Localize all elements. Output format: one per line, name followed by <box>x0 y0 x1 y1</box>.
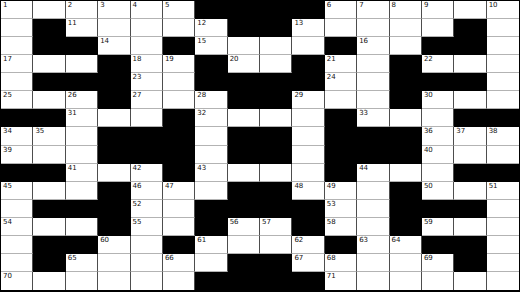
grid-cell[interactable] <box>33 55 65 73</box>
grid-cell[interactable] <box>1 254 33 272</box>
black-cell <box>228 127 260 145</box>
black-cell <box>33 37 65 55</box>
grid-cell[interactable]: 71 <box>325 272 357 290</box>
clue-number: 11 <box>68 19 77 27</box>
black-cell <box>325 127 357 145</box>
black-cell <box>98 218 130 236</box>
grid-cell[interactable] <box>260 109 292 127</box>
crossword-grid: 1234567891011121314151617181920212223242… <box>0 0 520 292</box>
grid-cell[interactable] <box>390 19 422 37</box>
black-cell <box>66 37 98 55</box>
grid-cell[interactable] <box>163 200 195 218</box>
grid-cell[interactable]: 46 <box>131 182 163 200</box>
grid-cell[interactable] <box>98 164 130 182</box>
grid-cell[interactable]: 22 <box>422 55 454 73</box>
black-cell <box>33 109 65 127</box>
black-cell <box>98 146 130 164</box>
clue-number: 52 <box>133 200 142 208</box>
clue-number: 63 <box>359 236 368 244</box>
grid-cell[interactable] <box>422 272 454 290</box>
grid-cell[interactable] <box>66 146 98 164</box>
black-cell <box>195 272 227 290</box>
black-cell <box>228 254 260 272</box>
black-cell <box>325 37 357 55</box>
grid-cell[interactable] <box>487 37 519 55</box>
clue-number: 60 <box>100 236 109 244</box>
grid-cell[interactable] <box>357 254 389 272</box>
clue-number: 69 <box>424 254 433 262</box>
clue-number: 41 <box>68 164 77 172</box>
grid-cell[interactable] <box>98 254 130 272</box>
grid-cell[interactable] <box>292 146 324 164</box>
grid-cell[interactable]: 37 <box>454 127 486 145</box>
clue-number: 50 <box>424 182 433 190</box>
black-cell <box>228 272 260 290</box>
black-cell <box>390 146 422 164</box>
grid-cell[interactable]: 52 <box>131 200 163 218</box>
grid-cell[interactable]: 4 <box>131 1 163 19</box>
grid-cell[interactable] <box>390 272 422 290</box>
black-cell <box>228 146 260 164</box>
clue-number: 5 <box>165 1 169 9</box>
grid-cell[interactable] <box>131 37 163 55</box>
grid-cell[interactable]: 60 <box>98 236 130 254</box>
black-cell <box>390 218 422 236</box>
clue-number: 1 <box>3 1 7 9</box>
black-cell <box>163 37 195 55</box>
black-cell <box>66 236 98 254</box>
grid-cell[interactable]: 28 <box>195 91 227 109</box>
black-cell <box>228 1 260 19</box>
clue-number: 31 <box>68 109 77 117</box>
grid-cell[interactable]: 48 <box>292 182 324 200</box>
black-cell <box>33 164 65 182</box>
grid-cell[interactable] <box>195 146 227 164</box>
grid-cell[interactable] <box>260 164 292 182</box>
grid-cell[interactable] <box>454 272 486 290</box>
grid-cell[interactable] <box>487 254 519 272</box>
grid-cell[interactable] <box>292 37 324 55</box>
black-cell <box>163 236 195 254</box>
clue-number: 64 <box>392 236 401 244</box>
grid-cell[interactable] <box>487 146 519 164</box>
black-cell <box>66 200 98 218</box>
grid-cell[interactable] <box>66 127 98 145</box>
clue-number: 65 <box>68 254 77 262</box>
grid-cell[interactable]: 40 <box>422 146 454 164</box>
black-cell <box>357 127 389 145</box>
grid-cell[interactable]: 1 <box>1 1 33 19</box>
grid-cell[interactable]: 6 <box>325 1 357 19</box>
black-cell <box>454 19 486 37</box>
grid-cell[interactable] <box>357 19 389 37</box>
grid-cell[interactable]: 62 <box>292 236 324 254</box>
clue-number: 57 <box>262 218 271 226</box>
black-cell <box>422 236 454 254</box>
grid-cell[interactable] <box>454 1 486 19</box>
grid-cell[interactable]: 27 <box>131 91 163 109</box>
clue-number: 33 <box>359 109 368 117</box>
clue-number: 40 <box>424 146 433 154</box>
black-cell <box>228 91 260 109</box>
grid-cell[interactable]: 36 <box>422 127 454 145</box>
grid-cell[interactable]: 38 <box>487 127 519 145</box>
clue-number: 55 <box>133 218 142 226</box>
grid-cell[interactable] <box>325 19 357 37</box>
grid-cell[interactable] <box>228 109 260 127</box>
black-cell <box>33 236 65 254</box>
black-cell <box>292 272 324 290</box>
grid-cell[interactable]: 8 <box>390 1 422 19</box>
black-cell <box>1 109 33 127</box>
black-cell <box>33 200 65 218</box>
clue-number: 34 <box>3 127 12 135</box>
grid-cell[interactable] <box>454 146 486 164</box>
black-cell <box>66 73 98 91</box>
clue-number: 14 <box>100 37 109 45</box>
black-cell <box>260 91 292 109</box>
black-cell <box>195 73 227 91</box>
black-cell <box>357 146 389 164</box>
grid-cell[interactable]: 57 <box>260 218 292 236</box>
clue-number: 70 <box>3 272 12 280</box>
clue-number: 37 <box>456 127 465 135</box>
grid-cell[interactable] <box>33 272 65 290</box>
grid-cell[interactable] <box>487 19 519 37</box>
clue-number: 66 <box>165 254 174 262</box>
black-cell <box>260 182 292 200</box>
grid-cell[interactable] <box>454 218 486 236</box>
black-cell <box>454 109 486 127</box>
grid-cell[interactable]: 44 <box>357 164 389 182</box>
grid-cell[interactable] <box>292 127 324 145</box>
clue-number: 18 <box>133 55 142 63</box>
grid-cell[interactable] <box>487 272 519 290</box>
grid-cell[interactable]: 51 <box>487 182 519 200</box>
black-cell <box>454 254 486 272</box>
grid-cell[interactable] <box>1 73 33 91</box>
grid-cell[interactable] <box>357 91 389 109</box>
grid-cell[interactable]: 59 <box>422 218 454 236</box>
grid-cell[interactable] <box>33 182 65 200</box>
grid-cell[interactable] <box>228 236 260 254</box>
grid-cell[interactable] <box>195 127 227 145</box>
grid-cell[interactable] <box>357 200 389 218</box>
grid-cell[interactable] <box>66 55 98 73</box>
grid-cell[interactable]: 67 <box>292 254 324 272</box>
clue-number: 29 <box>294 91 303 99</box>
black-cell <box>325 236 357 254</box>
grid-cell[interactable] <box>1 200 33 218</box>
grid-cell[interactable] <box>131 254 163 272</box>
clue-number: 30 <box>424 91 433 99</box>
grid-cell[interactable] <box>260 37 292 55</box>
grid-cell[interactable]: 68 <box>325 254 357 272</box>
grid-cell[interactable] <box>1 37 33 55</box>
clue-number: 16 <box>359 37 368 45</box>
clue-number: 12 <box>197 19 206 27</box>
black-cell <box>33 19 65 37</box>
grid-cell[interactable] <box>357 218 389 236</box>
clue-number: 17 <box>3 55 12 63</box>
clue-number: 28 <box>197 91 206 99</box>
black-cell <box>98 55 130 73</box>
grid-cell[interactable]: 41 <box>66 164 98 182</box>
clue-number: 4 <box>133 1 137 9</box>
clue-number: 61 <box>197 236 206 244</box>
grid-cell[interactable] <box>131 272 163 290</box>
grid-cell[interactable]: 47 <box>163 182 195 200</box>
black-cell <box>292 218 324 236</box>
grid-cell[interactable]: 58 <box>325 218 357 236</box>
black-cell <box>454 164 486 182</box>
black-cell <box>163 109 195 127</box>
grid-cell[interactable] <box>33 1 65 19</box>
black-cell <box>131 127 163 145</box>
grid-cell[interactable]: 65 <box>66 254 98 272</box>
grid-cell[interactable]: 3 <box>98 1 130 19</box>
grid-cell[interactable] <box>357 272 389 290</box>
clue-number: 35 <box>35 127 44 135</box>
black-cell <box>98 91 130 109</box>
grid-cell[interactable] <box>390 109 422 127</box>
grid-cell[interactable] <box>292 164 324 182</box>
grid-cell[interactable]: 30 <box>422 91 454 109</box>
clue-number: 62 <box>294 236 303 244</box>
clue-number: 23 <box>133 73 142 81</box>
grid-cell[interactable]: 64 <box>390 236 422 254</box>
grid-cell[interactable]: 16 <box>357 37 389 55</box>
grid-cell[interactable]: 56 <box>228 218 260 236</box>
grid-cell[interactable]: 18 <box>131 55 163 73</box>
grid-cell[interactable] <box>487 236 519 254</box>
grid-cell[interactable]: 70 <box>1 272 33 290</box>
grid-cell[interactable] <box>131 236 163 254</box>
grid-cell[interactable]: 34 <box>1 127 33 145</box>
grid-cell[interactable] <box>454 182 486 200</box>
black-cell <box>260 19 292 37</box>
clue-number: 47 <box>165 182 174 190</box>
clue-number: 3 <box>100 1 104 9</box>
grid-cell[interactable]: 24 <box>325 73 357 91</box>
grid-cell[interactable]: 53 <box>325 200 357 218</box>
grid-cell[interactable] <box>195 182 227 200</box>
black-cell <box>487 109 519 127</box>
black-cell <box>260 272 292 290</box>
clue-number: 19 <box>165 55 174 63</box>
clue-number: 10 <box>489 1 498 9</box>
grid-cell[interactable]: 14 <box>98 37 130 55</box>
grid-cell[interactable] <box>66 218 98 236</box>
grid-cell[interactable] <box>163 218 195 236</box>
grid-cell[interactable]: 54 <box>1 218 33 236</box>
grid-cell[interactable]: 2 <box>66 1 98 19</box>
grid-cell[interactable]: 13 <box>292 19 324 37</box>
grid-cell[interactable] <box>487 218 519 236</box>
grid-cell[interactable] <box>131 19 163 37</box>
black-cell <box>454 236 486 254</box>
grid-cell[interactable] <box>228 37 260 55</box>
grid-cell[interactable]: 50 <box>422 182 454 200</box>
clue-number: 2 <box>68 1 72 9</box>
grid-cell[interactable]: 63 <box>357 236 389 254</box>
grid-cell[interactable] <box>487 91 519 109</box>
grid-cell[interactable] <box>98 272 130 290</box>
grid-cell[interactable] <box>487 55 519 73</box>
grid-cell[interactable] <box>228 164 260 182</box>
grid-cell[interactable]: 69 <box>422 254 454 272</box>
grid-cell[interactable]: 39 <box>1 146 33 164</box>
clue-number: 67 <box>294 254 303 262</box>
grid-cell[interactable]: 43 <box>195 164 227 182</box>
black-cell <box>292 73 324 91</box>
grid-cell[interactable] <box>454 55 486 73</box>
black-cell <box>131 146 163 164</box>
grid-cell[interactable]: 20 <box>228 55 260 73</box>
grid-cell[interactable] <box>260 236 292 254</box>
grid-cell[interactable]: 10 <box>487 1 519 19</box>
grid-cell[interactable] <box>390 164 422 182</box>
grid-cell[interactable] <box>33 146 65 164</box>
grid-cell[interactable] <box>487 73 519 91</box>
grid-cell[interactable] <box>163 73 195 91</box>
grid-cell[interactable]: 17 <box>1 55 33 73</box>
grid-cell[interactable] <box>163 19 195 37</box>
clue-number: 38 <box>489 127 498 135</box>
clue-number: 39 <box>3 146 12 154</box>
black-cell <box>163 146 195 164</box>
black-cell <box>292 55 324 73</box>
grid-cell[interactable]: 7 <box>357 1 389 19</box>
grid-cell[interactable] <box>163 91 195 109</box>
grid-cell[interactable] <box>390 37 422 55</box>
black-cell <box>228 19 260 37</box>
black-cell <box>195 200 227 218</box>
black-cell <box>260 254 292 272</box>
grid-cell[interactable]: 21 <box>325 55 357 73</box>
black-cell <box>163 164 195 182</box>
clue-number: 20 <box>230 55 239 63</box>
black-cell <box>454 37 486 55</box>
grid-cell[interactable] <box>1 236 33 254</box>
black-cell <box>260 127 292 145</box>
black-cell <box>260 1 292 19</box>
grid-cell[interactable]: 15 <box>195 37 227 55</box>
black-cell <box>422 37 454 55</box>
clue-number: 51 <box>489 182 498 190</box>
grid-cell[interactable] <box>357 182 389 200</box>
black-cell <box>98 73 130 91</box>
clue-number: 68 <box>327 254 336 262</box>
black-cell <box>292 1 324 19</box>
black-cell <box>325 109 357 127</box>
clue-number: 43 <box>197 164 206 172</box>
black-cell <box>487 164 519 182</box>
grid-cell[interactable]: 42 <box>131 164 163 182</box>
grid-cell[interactable] <box>195 254 227 272</box>
grid-cell[interactable] <box>325 91 357 109</box>
clue-number: 26 <box>68 91 77 99</box>
black-cell <box>390 127 422 145</box>
grid-cell[interactable]: 11 <box>66 19 98 37</box>
grid-cell[interactable] <box>390 254 422 272</box>
grid-cell[interactable] <box>98 109 130 127</box>
black-cell <box>163 127 195 145</box>
grid-cell[interactable] <box>357 55 389 73</box>
clue-number: 58 <box>327 218 336 226</box>
clue-number: 32 <box>197 109 206 117</box>
clue-number: 49 <box>327 182 336 190</box>
black-cell <box>33 254 65 272</box>
grid-cell[interactable]: 12 <box>195 19 227 37</box>
grid-cell[interactable] <box>66 272 98 290</box>
grid-cell[interactable]: 5 <box>163 1 195 19</box>
grid-cell[interactable] <box>131 109 163 127</box>
black-cell <box>98 127 130 145</box>
grid-cell[interactable]: 66 <box>163 254 195 272</box>
black-cell <box>325 164 357 182</box>
clue-number: 48 <box>294 182 303 190</box>
grid-cell[interactable]: 55 <box>131 218 163 236</box>
grid-cell[interactable] <box>357 73 389 91</box>
black-cell <box>195 1 227 19</box>
grid-cell[interactable] <box>422 164 454 182</box>
clue-number: 6 <box>327 1 331 9</box>
grid-cell[interactable]: 29 <box>292 91 324 109</box>
grid-cell[interactable] <box>98 19 130 37</box>
grid-cell[interactable]: 49 <box>325 182 357 200</box>
clue-number: 54 <box>3 218 12 226</box>
grid-cell[interactable] <box>163 272 195 290</box>
black-cell <box>292 200 324 218</box>
grid-cell[interactable]: 45 <box>1 182 33 200</box>
grid-cell[interactable] <box>33 91 65 109</box>
grid-cell[interactable]: 31 <box>66 109 98 127</box>
clue-number: 71 <box>327 272 336 280</box>
clue-number: 53 <box>327 200 336 208</box>
black-cell <box>422 200 454 218</box>
grid-cell[interactable]: 61 <box>195 236 227 254</box>
grid-cell[interactable] <box>487 200 519 218</box>
grid-cell[interactable] <box>33 218 65 236</box>
grid-cell[interactable]: 33 <box>357 109 389 127</box>
grid-cell[interactable] <box>292 109 324 127</box>
grid-cell[interactable] <box>260 55 292 73</box>
grid-cell[interactable]: 23 <box>131 73 163 91</box>
black-cell <box>195 55 227 73</box>
grid-cell[interactable] <box>1 19 33 37</box>
grid-cell[interactable]: 26 <box>66 91 98 109</box>
grid-cell[interactable] <box>422 109 454 127</box>
black-cell <box>260 200 292 218</box>
black-cell <box>325 146 357 164</box>
grid-cell[interactable]: 32 <box>195 109 227 127</box>
black-cell <box>33 73 65 91</box>
clue-number: 22 <box>424 55 433 63</box>
grid-cell[interactable]: 9 <box>422 1 454 19</box>
grid-cell[interactable] <box>66 182 98 200</box>
clue-number: 25 <box>3 91 12 99</box>
grid-cell[interactable]: 19 <box>163 55 195 73</box>
grid-cell[interactable]: 35 <box>33 127 65 145</box>
clue-number: 15 <box>197 37 206 45</box>
black-cell <box>228 200 260 218</box>
grid-cell[interactable] <box>454 91 486 109</box>
clue-number: 7 <box>359 1 363 9</box>
clue-number: 56 <box>230 218 239 226</box>
grid-cell[interactable] <box>422 19 454 37</box>
grid-cell[interactable]: 25 <box>1 91 33 109</box>
